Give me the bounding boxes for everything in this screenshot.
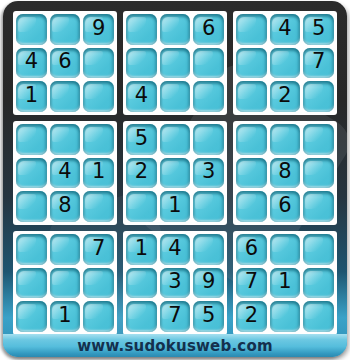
- footer-bar: www.sudokusweb.com: [3, 334, 347, 357]
- box-1-1: 9461: [13, 11, 117, 115]
- cell-r5c7[interactable]: [236, 158, 267, 189]
- cell-r3c1[interactable]: 1: [16, 81, 47, 112]
- box-2-1: 418: [13, 121, 117, 225]
- cell-r4c9[interactable]: [303, 124, 334, 155]
- box-3-2: 143975: [123, 231, 227, 335]
- cell-r4c4[interactable]: 5: [126, 124, 157, 155]
- cell-r5c1[interactable]: [16, 158, 47, 189]
- cell-r1c8[interactable]: 4: [270, 14, 301, 45]
- cell-r7c7[interactable]: 6: [236, 234, 267, 265]
- cell-r1c5[interactable]: [160, 14, 191, 45]
- cell-digit: 6: [202, 18, 215, 39]
- cell-r3c5[interactable]: [160, 81, 191, 112]
- cell-r5c5[interactable]: [160, 158, 191, 189]
- cell-r1c7[interactable]: [236, 14, 267, 45]
- cell-r4c8[interactable]: [270, 124, 301, 155]
- cell-digit: 9: [92, 18, 105, 39]
- cell-digit: 4: [135, 85, 148, 106]
- cell-r7c8[interactable]: [270, 234, 301, 265]
- box-2-3: 86: [233, 121, 337, 225]
- cell-digit: 6: [245, 238, 258, 259]
- cell-r9c7[interactable]: 2: [236, 301, 267, 332]
- cell-r8c7[interactable]: 7: [236, 268, 267, 299]
- cell-r1c2[interactable]: [50, 14, 81, 45]
- cell-digit: 5: [312, 18, 325, 39]
- cell-r6c2[interactable]: 8: [50, 191, 81, 222]
- cell-r2c4[interactable]: [126, 48, 157, 79]
- cell-r1c6[interactable]: 6: [193, 14, 224, 45]
- cell-digit: 2: [135, 161, 148, 182]
- cell-digit: 1: [92, 161, 105, 182]
- cell-r9c8[interactable]: [270, 301, 301, 332]
- cell-digit: 4: [278, 18, 291, 39]
- cell-r2c2[interactable]: 6: [50, 48, 81, 79]
- cell-digit: 1: [135, 238, 148, 259]
- cell-r2c1[interactable]: 4: [16, 48, 47, 79]
- cell-r5c8[interactable]: 8: [270, 158, 301, 189]
- cell-r2c3[interactable]: [83, 48, 114, 79]
- cell-r4c3[interactable]: [83, 124, 114, 155]
- cell-digit: 8: [58, 195, 71, 216]
- box-1-2: 64: [123, 11, 227, 115]
- cell-r8c6[interactable]: 9: [193, 268, 224, 299]
- cell-r6c5[interactable]: 1: [160, 191, 191, 222]
- cell-r4c6[interactable]: [193, 124, 224, 155]
- cell-r3c6[interactable]: [193, 81, 224, 112]
- cell-r6c1[interactable]: [16, 191, 47, 222]
- cell-r1c4[interactable]: [126, 14, 157, 45]
- cell-digit: 5: [202, 305, 215, 326]
- cell-r6c4[interactable]: [126, 191, 157, 222]
- cell-r9c2[interactable]: 1: [50, 301, 81, 332]
- cell-r3c4[interactable]: 4: [126, 81, 157, 112]
- cell-r5c9[interactable]: [303, 158, 334, 189]
- cell-digit: 8: [278, 161, 291, 182]
- cell-r8c2[interactable]: [50, 268, 81, 299]
- cell-r6c3[interactable]: [83, 191, 114, 222]
- cell-r4c2[interactable]: [50, 124, 81, 155]
- cell-r9c6[interactable]: 5: [193, 301, 224, 332]
- cell-r8c1[interactable]: [16, 268, 47, 299]
- cell-digit: 7: [168, 305, 181, 326]
- cell-r7c9[interactable]: [303, 234, 334, 265]
- cell-digit: 3: [168, 271, 181, 292]
- cell-r6c7[interactable]: [236, 191, 267, 222]
- cell-r2c5[interactable]: [160, 48, 191, 79]
- cell-r3c8[interactable]: 2: [270, 81, 301, 112]
- cell-r8c8[interactable]: 1: [270, 268, 301, 299]
- cell-r9c9[interactable]: [303, 301, 334, 332]
- cell-r7c5[interactable]: 4: [160, 234, 191, 265]
- cell-r5c3[interactable]: 1: [83, 158, 114, 189]
- cell-digit: 2: [245, 305, 258, 326]
- cell-r3c7[interactable]: [236, 81, 267, 112]
- website-link[interactable]: www.sudokusweb.com: [77, 337, 272, 355]
- cell-r7c2[interactable]: [50, 234, 81, 265]
- cell-r9c3[interactable]: [83, 301, 114, 332]
- cell-r4c7[interactable]: [236, 124, 267, 155]
- cell-digit: 6: [58, 51, 71, 72]
- cell-r6c9[interactable]: [303, 191, 334, 222]
- cell-r2c9[interactable]: 7: [303, 48, 334, 79]
- cell-digit: 1: [278, 271, 291, 292]
- cell-r9c4[interactable]: [126, 301, 157, 332]
- cell-r2c6[interactable]: [193, 48, 224, 79]
- cell-r7c3[interactable]: 7: [83, 234, 114, 265]
- cell-r4c5[interactable]: [160, 124, 191, 155]
- sudoku-widget: 9461644572418523186711439756712 www.sudo…: [3, 1, 347, 357]
- cell-digit: 7: [245, 271, 258, 292]
- cell-digit: 4: [25, 51, 38, 72]
- sudoku-board: 9461644572418523186711439756712: [13, 11, 337, 335]
- cell-r7c4[interactable]: 1: [126, 234, 157, 265]
- box-3-3: 6712: [233, 231, 337, 335]
- cell-r6c8[interactable]: 6: [270, 191, 301, 222]
- cell-r3c9[interactable]: [303, 81, 334, 112]
- cell-digit: 1: [58, 305, 71, 326]
- cell-r5c6[interactable]: 3: [193, 158, 224, 189]
- cell-digit: 4: [58, 161, 71, 182]
- cell-r8c5[interactable]: 3: [160, 268, 191, 299]
- cell-r3c3[interactable]: [83, 81, 114, 112]
- cell-r3c2[interactable]: [50, 81, 81, 112]
- cell-r8c4[interactable]: [126, 268, 157, 299]
- cell-r2c7[interactable]: [236, 48, 267, 79]
- cell-r8c3[interactable]: [83, 268, 114, 299]
- cell-r9c1[interactable]: [16, 301, 47, 332]
- cell-digit: 4: [168, 238, 181, 259]
- cell-r7c6[interactable]: [193, 234, 224, 265]
- cell-digit: 9: [202, 271, 215, 292]
- cell-r1c3[interactable]: 9: [83, 14, 114, 45]
- cell-digit: 1: [25, 85, 38, 106]
- cell-r7c1[interactable]: [16, 234, 47, 265]
- box-1-3: 4572: [233, 11, 337, 115]
- cell-r9c5[interactable]: 7: [160, 301, 191, 332]
- cell-r1c1[interactable]: [16, 14, 47, 45]
- cell-r4c1[interactable]: [16, 124, 47, 155]
- cell-digit: 6: [278, 195, 291, 216]
- cell-r1c9[interactable]: 5: [303, 14, 334, 45]
- cell-digit: 3: [202, 161, 215, 182]
- cell-digit: 7: [92, 238, 105, 259]
- cell-digit: 7: [312, 51, 325, 72]
- cell-digit: 2: [278, 85, 291, 106]
- box-2-2: 5231: [123, 121, 227, 225]
- cell-r8c9[interactable]: [303, 268, 334, 299]
- cell-r2c8[interactable]: [270, 48, 301, 79]
- box-3-1: 71: [13, 231, 117, 335]
- cell-r5c4[interactable]: 2: [126, 158, 157, 189]
- cell-digit: 5: [135, 128, 148, 149]
- cell-r5c2[interactable]: 4: [50, 158, 81, 189]
- cell-digit: 1: [168, 195, 181, 216]
- cell-r6c6[interactable]: [193, 191, 224, 222]
